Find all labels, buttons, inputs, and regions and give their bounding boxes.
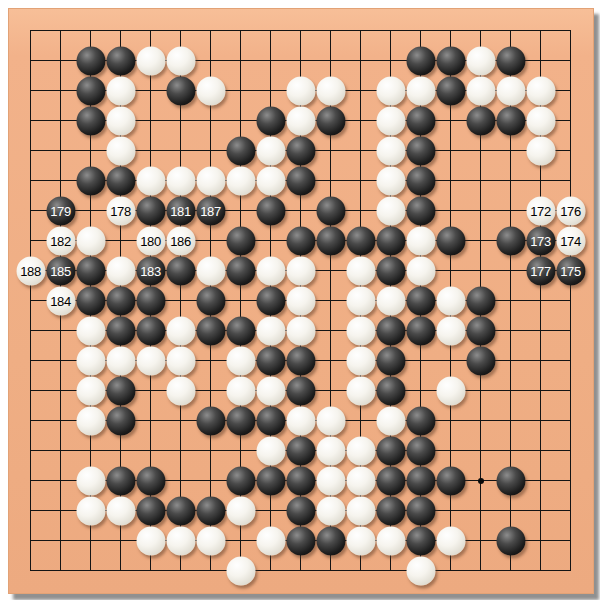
black-stone: 175	[556, 256, 585, 285]
black-stone	[406, 496, 435, 525]
black-stone	[106, 166, 135, 195]
white-stone	[286, 406, 315, 435]
white-stone	[136, 346, 165, 375]
black-stone	[106, 376, 135, 405]
black-stone	[436, 226, 465, 255]
white-stone	[316, 466, 345, 495]
black-stone	[436, 466, 465, 495]
white-stone	[526, 136, 555, 165]
black-stone	[286, 466, 315, 495]
black-stone	[136, 496, 165, 525]
black-stone	[466, 316, 495, 345]
black-stone	[286, 166, 315, 195]
black-stone	[406, 136, 435, 165]
white-stone	[406, 256, 435, 285]
white-stone	[346, 466, 375, 495]
grid-line-horizontal	[30, 570, 571, 571]
white-stone	[376, 76, 405, 105]
black-stone	[256, 346, 285, 375]
white-stone	[526, 106, 555, 135]
white-stone	[286, 106, 315, 135]
black-stone	[376, 466, 405, 495]
move-number-label: 184	[50, 294, 71, 307]
white-stone	[406, 76, 435, 105]
white-stone	[286, 76, 315, 105]
white-stone	[346, 256, 375, 285]
move-number-label: 185	[50, 264, 71, 277]
white-stone	[376, 136, 405, 165]
black-stone	[496, 226, 525, 255]
white-stone	[316, 76, 345, 105]
black-stone	[226, 226, 255, 255]
white-stone	[136, 526, 165, 555]
black-stone	[226, 406, 255, 435]
white-stone: 186	[166, 226, 195, 255]
white-stone	[436, 376, 465, 405]
white-stone	[106, 76, 135, 105]
move-number-label: 172	[530, 204, 551, 217]
black-stone	[466, 346, 495, 375]
white-stone: 184	[46, 286, 75, 315]
white-stone	[106, 256, 135, 285]
black-stone	[406, 106, 435, 135]
white-stone	[466, 76, 495, 105]
white-stone	[106, 106, 135, 135]
black-stone	[256, 196, 285, 225]
white-stone	[196, 256, 225, 285]
black-stone	[406, 466, 435, 495]
black-stone	[406, 286, 435, 315]
black-stone: 183	[136, 256, 165, 285]
black-stone	[376, 376, 405, 405]
white-stone	[226, 376, 255, 405]
black-stone	[286, 496, 315, 525]
black-stone: 185	[46, 256, 75, 285]
white-stone	[376, 196, 405, 225]
white-stone	[346, 286, 375, 315]
white-stone	[406, 226, 435, 255]
black-stone	[106, 466, 135, 495]
white-stone	[196, 76, 225, 105]
black-stone	[286, 346, 315, 375]
black-stone	[436, 46, 465, 75]
move-number-label: 177	[530, 264, 551, 277]
go-board[interactable]: 1791781811871721761821801861731741881851…	[8, 8, 594, 594]
black-stone: 173	[526, 226, 555, 255]
white-stone	[76, 466, 105, 495]
black-stone	[496, 466, 525, 495]
white-stone	[76, 376, 105, 405]
white-stone	[136, 166, 165, 195]
black-stone	[76, 46, 105, 75]
white-stone	[376, 526, 405, 555]
black-stone	[106, 46, 135, 75]
black-stone	[226, 136, 255, 165]
black-stone	[436, 76, 465, 105]
black-stone	[376, 346, 405, 375]
black-stone	[316, 226, 345, 255]
white-stone	[196, 166, 225, 195]
white-stone	[406, 556, 435, 585]
black-stone	[76, 166, 105, 195]
black-stone: 177	[526, 256, 555, 285]
black-stone	[76, 106, 105, 135]
white-stone	[346, 496, 375, 525]
white-stone	[346, 376, 375, 405]
white-stone: 172	[526, 196, 555, 225]
white-stone	[226, 166, 255, 195]
black-stone	[106, 316, 135, 345]
black-stone	[196, 496, 225, 525]
black-stone	[136, 316, 165, 345]
black-stone	[106, 286, 135, 315]
black-stone: 187	[196, 196, 225, 225]
white-stone	[256, 316, 285, 345]
move-number-label: 181	[170, 204, 191, 217]
white-stone	[166, 346, 195, 375]
black-stone	[346, 226, 375, 255]
white-stone	[256, 376, 285, 405]
black-stone: 179	[46, 196, 75, 225]
black-stone	[376, 256, 405, 285]
move-number-label: 173	[530, 234, 551, 247]
white-stone: 176	[556, 196, 585, 225]
white-stone	[166, 376, 195, 405]
black-stone	[256, 286, 285, 315]
black-stone	[196, 406, 225, 435]
white-stone	[76, 316, 105, 345]
black-stone	[316, 196, 345, 225]
white-stone	[376, 106, 405, 135]
move-number-label: 175	[560, 264, 581, 277]
white-stone	[376, 286, 405, 315]
white-stone	[316, 406, 345, 435]
black-stone	[376, 436, 405, 465]
white-stone	[76, 226, 105, 255]
black-stone	[376, 226, 405, 255]
white-stone	[226, 346, 255, 375]
black-stone	[226, 466, 255, 495]
black-stone	[286, 226, 315, 255]
white-stone	[166, 46, 195, 75]
white-stone	[256, 256, 285, 285]
white-stone: 174	[556, 226, 585, 255]
white-stone	[166, 316, 195, 345]
white-stone	[256, 436, 285, 465]
grid-line-vertical	[570, 30, 571, 571]
white-stone	[76, 346, 105, 375]
black-stone	[406, 46, 435, 75]
white-stone	[106, 496, 135, 525]
white-stone	[286, 286, 315, 315]
move-number-label: 180	[140, 234, 161, 247]
black-stone: 181	[166, 196, 195, 225]
white-stone	[436, 526, 465, 555]
move-number-label: 179	[50, 204, 71, 217]
black-stone	[406, 196, 435, 225]
black-stone	[136, 286, 165, 315]
black-stone	[406, 316, 435, 345]
move-number-label: 178	[110, 204, 131, 217]
black-stone	[466, 286, 495, 315]
black-stone	[196, 286, 225, 315]
white-stone	[496, 76, 525, 105]
black-stone	[136, 466, 165, 495]
white-stone	[346, 436, 375, 465]
black-stone	[376, 316, 405, 345]
white-stone	[436, 316, 465, 345]
white-stone	[316, 436, 345, 465]
white-stone	[226, 556, 255, 585]
black-stone	[406, 166, 435, 195]
white-stone	[346, 316, 375, 345]
white-stone	[226, 496, 255, 525]
white-stone	[76, 406, 105, 435]
black-stone	[286, 526, 315, 555]
black-stone	[286, 436, 315, 465]
black-stone	[406, 406, 435, 435]
black-stone	[376, 496, 405, 525]
white-stone	[376, 406, 405, 435]
black-stone	[316, 106, 345, 135]
white-stone: 178	[106, 196, 135, 225]
white-stone	[166, 526, 195, 555]
black-stone	[166, 76, 195, 105]
white-stone	[466, 46, 495, 75]
go-diagram: 1791781811871721761821801861731741881851…	[0, 0, 600, 600]
black-stone	[166, 256, 195, 285]
white-stone	[286, 256, 315, 285]
black-stone	[136, 196, 165, 225]
white-stone	[106, 346, 135, 375]
white-stone: 182	[46, 226, 75, 255]
white-stone	[136, 46, 165, 75]
black-stone	[406, 436, 435, 465]
move-number-label: 174	[560, 234, 581, 247]
white-stone	[526, 76, 555, 105]
black-stone	[76, 76, 105, 105]
black-stone	[256, 406, 285, 435]
move-number-label: 176	[560, 204, 581, 217]
black-stone	[496, 106, 525, 135]
black-stone	[496, 526, 525, 555]
white-stone	[196, 526, 225, 555]
black-stone	[106, 406, 135, 435]
black-stone	[76, 286, 105, 315]
move-number-label: 182	[50, 234, 71, 247]
black-stone	[316, 526, 345, 555]
white-stone	[256, 136, 285, 165]
white-stone	[376, 166, 405, 195]
white-stone	[106, 136, 135, 165]
black-stone	[256, 106, 285, 135]
white-stone	[256, 166, 285, 195]
white-stone	[346, 526, 375, 555]
black-stone	[406, 526, 435, 555]
black-stone	[76, 256, 105, 285]
white-stone	[256, 526, 285, 555]
white-stone	[286, 316, 315, 345]
white-stone	[76, 496, 105, 525]
star-point	[478, 478, 484, 484]
white-stone	[166, 166, 195, 195]
move-number-label: 186	[170, 234, 191, 247]
black-stone	[466, 106, 495, 135]
white-stone	[346, 346, 375, 375]
move-number-label: 188	[20, 264, 41, 277]
black-stone	[286, 376, 315, 405]
black-stone	[226, 256, 255, 285]
white-stone: 180	[136, 226, 165, 255]
white-stone	[316, 496, 345, 525]
black-stone	[226, 316, 255, 345]
black-stone	[496, 46, 525, 75]
black-stone	[166, 496, 195, 525]
black-stone	[196, 316, 225, 345]
move-number-label: 187	[200, 204, 221, 217]
black-stone	[256, 466, 285, 495]
white-stone	[436, 286, 465, 315]
black-stone	[286, 136, 315, 165]
move-number-label: 183	[140, 264, 161, 277]
white-stone: 188	[16, 256, 45, 285]
